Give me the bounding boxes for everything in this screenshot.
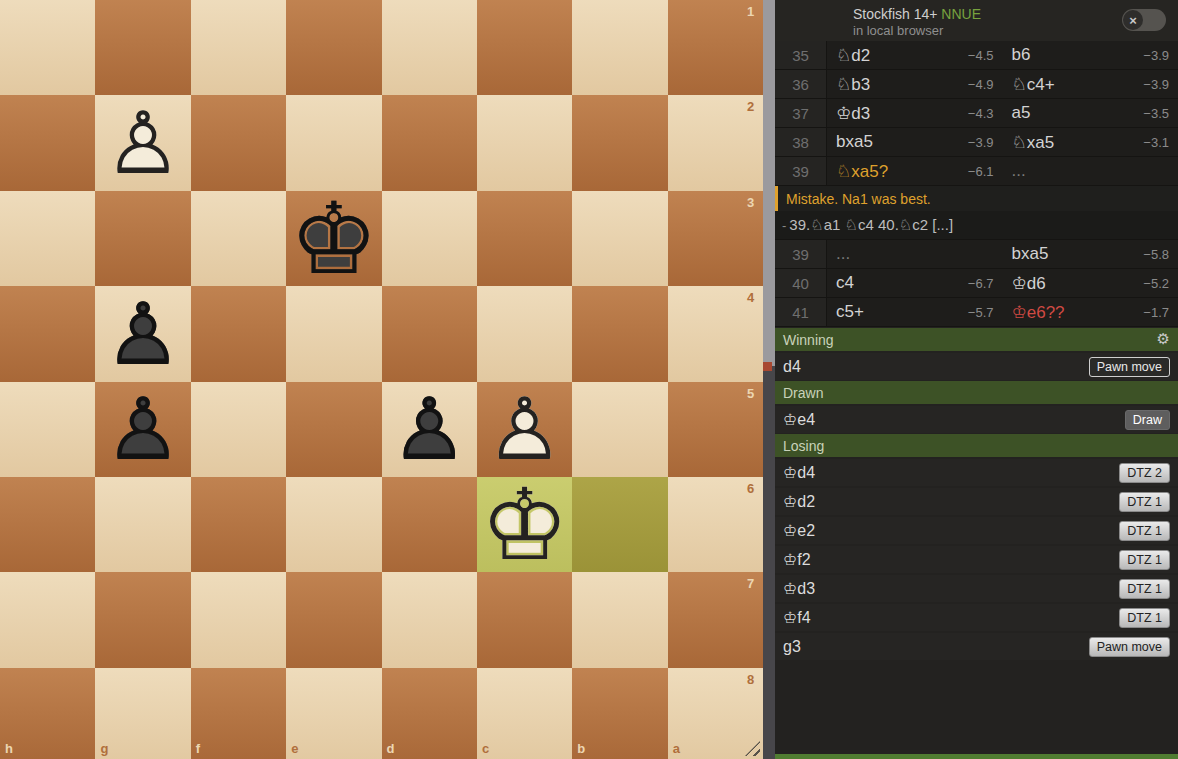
move[interactable]: ... <box>827 240 1003 268</box>
square-e1[interactable] <box>286 0 381 95</box>
square-h6[interactable] <box>0 477 95 572</box>
tablebase-header-label: Losing <box>783 438 824 454</box>
tablebase-move-badge: DTZ 1 <box>1119 521 1170 541</box>
black-king[interactable]: ♚♔ <box>286 191 381 286</box>
tablebase-panel: Winning⚙d4Pawn moveDrawn♔e4DrawLosing♔d4… <box>775 327 1178 660</box>
square-b4[interactable] <box>572 286 667 381</box>
square-g3[interactable] <box>95 191 190 286</box>
tablebase-move-row[interactable]: ♔d3DTZ 1 <box>775 575 1178 602</box>
file-label-e: e <box>291 741 298 756</box>
file-label-b: b <box>577 741 585 756</box>
tablebase-move-san[interactable]: ♔f4 <box>783 608 1119 627</box>
square-h3[interactable] <box>0 191 95 286</box>
square-d3[interactable] <box>382 191 477 286</box>
tablebase-header-label: Drawn <box>783 385 823 401</box>
move-san[interactable]: c4 <box>836 273 968 293</box>
panel-filler <box>775 660 1178 754</box>
rank-label-7: 7 <box>747 576 754 591</box>
tablebase-move-row[interactable]: ♔d2DTZ 1 <box>775 488 1178 515</box>
engine-toggle-close-icon[interactable]: × <box>1123 10 1143 30</box>
move-row: 37♔d3−4.3a5−3.5 <box>775 99 1178 128</box>
square-f2[interactable] <box>191 95 286 190</box>
tablebase-move-row[interactable]: ♔f2DTZ 1 <box>775 546 1178 573</box>
move[interactable]: ♘xa5−3.1 <box>1003 128 1178 156</box>
analysis-app: ♟♙♚♔♟♙♟♙♟♙♟♙♚♔ hgfedcba12345678 Stockfis… <box>0 0 1178 759</box>
move-row: 41c5+−5.7♔e6??−1.7 <box>775 298 1178 327</box>
square-f5[interactable] <box>191 382 286 477</box>
square-g6[interactable] <box>95 477 190 572</box>
move[interactable]: b6−3.9 <box>1003 41 1178 69</box>
square-c5[interactable]: ♟♙ <box>477 382 572 477</box>
move-eval: −5.8 <box>1143 247 1169 262</box>
tablebase-move-badge: DTZ 1 <box>1119 608 1170 628</box>
engine-header: Stockfish 14+ NNUE in local browser × <box>775 0 1178 41</box>
square-e6[interactable] <box>286 477 381 572</box>
move-eval: −3.1 <box>1143 135 1169 150</box>
tablebase-header-winning: Winning⚙ <box>775 328 1178 351</box>
move[interactable]: c5+−5.7 <box>827 298 1003 326</box>
move-eval: −3.9 <box>968 135 994 150</box>
square-e7[interactable] <box>286 572 381 667</box>
square-e8[interactable] <box>286 668 381 759</box>
annotation-text: Mistake. Na1 was best. <box>786 191 931 207</box>
move-san[interactable]: ♘xa5? <box>836 161 968 182</box>
square-d5[interactable]: ♟♙ <box>382 382 477 477</box>
tablebase-move-row[interactable]: d4Pawn move <box>775 353 1178 380</box>
tablebase-move-badge: Pawn move <box>1089 637 1170 657</box>
analysis-panel: Stockfish 14+ NNUE in local browser × 35… <box>775 0 1178 759</box>
square-g2[interactable]: ♟♙ <box>95 95 190 190</box>
move-eval: −1.7 <box>1143 305 1169 320</box>
black-pawn[interactable]: ♟♙ <box>95 382 190 477</box>
move-san[interactable]: ... <box>836 244 994 264</box>
tablebase-move-row[interactable]: ♔d4DTZ 2 <box>775 459 1178 486</box>
move-san[interactable]: b6 <box>1012 45 1144 65</box>
file-label-g: g <box>100 741 108 756</box>
square-e2[interactable] <box>286 95 381 190</box>
white-king[interactable]: ♚♔ <box>477 477 572 572</box>
board-wrap: ♟♙♚♔♟♙♟♙♟♙♟♙♚♔ hgfedcba12345678 <box>0 0 763 759</box>
move-eval: −3.9 <box>1143 77 1169 92</box>
square-d2[interactable] <box>382 95 477 190</box>
tablebase-move-badge: Pawn move <box>1089 357 1170 377</box>
square-b1[interactable] <box>572 0 667 95</box>
move-eval: −5.7 <box>968 305 994 320</box>
move-eval: −3.9 <box>1143 48 1169 63</box>
black-pawn[interactable]: ♟♙ <box>382 382 477 477</box>
move-number: 38 <box>775 128 827 156</box>
square-c3[interactable] <box>477 191 572 286</box>
tablebase-move-badge: DTZ 2 <box>1119 463 1170 483</box>
move[interactable]: ♔d3−4.3 <box>827 99 1003 127</box>
scrollbar-marker <box>763 362 772 371</box>
move-san[interactable]: bxa5 <box>836 132 968 152</box>
square-g8[interactable] <box>95 668 190 759</box>
square-c6[interactable]: ♚♔ <box>477 477 572 572</box>
tablebase-move-badge: DTZ 1 <box>1119 492 1170 512</box>
variation-line[interactable]: - 39.♘a1 ♘c4 40.♘c2 [...] <box>775 211 1178 240</box>
move[interactable]: ... <box>1003 157 1178 185</box>
variation-text[interactable]: 39.♘a1 ♘c4 40.♘c2 [...] <box>789 216 953 234</box>
engine-nnue-badge: NNUE <box>941 6 981 22</box>
square-c2[interactable] <box>477 95 572 190</box>
tablebase-move-row[interactable]: ♔e2DTZ 1 <box>775 517 1178 544</box>
tablebase-move-san[interactable]: ♔e4 <box>783 410 1125 429</box>
board: ♟♙♚♔♟♙♟♙♟♙♟♙♚♔ <box>0 0 763 759</box>
rank-label-3: 3 <box>747 195 754 210</box>
move-row: 39♘xa5?−6.1... <box>775 157 1178 186</box>
square-e3[interactable]: ♚♔ <box>286 191 381 286</box>
page-scrollbar <box>763 0 775 759</box>
square-d1[interactable] <box>382 0 477 95</box>
tablebase-move-san[interactable]: ♔e2 <box>783 521 1119 540</box>
square-b3[interactable] <box>572 191 667 286</box>
square-d6[interactable] <box>382 477 477 572</box>
file-label-c: c <box>482 741 489 756</box>
move-san[interactable]: ♔d3 <box>836 103 968 124</box>
engine-name: Stockfish 14+ <box>853 6 937 22</box>
tablebase-header-drawn: Drawn <box>775 381 1178 404</box>
move-eval: −5.2 <box>1143 276 1169 291</box>
move[interactable]: ♔d6−5.2 <box>1003 269 1178 297</box>
move-san[interactable]: ♔e6?? <box>1012 302 1144 323</box>
file-label-a: a <box>673 741 680 756</box>
move-row: 38bxa5−3.9♘xa5−3.1 <box>775 128 1178 157</box>
move[interactable]: c4−6.7 <box>827 269 1003 297</box>
variation-collapse-dash: - <box>782 218 786 233</box>
square-b8[interactable] <box>572 668 667 759</box>
tablebase-move-san[interactable]: ♔d4 <box>783 463 1119 482</box>
white-pawn[interactable]: ♟♙ <box>95 95 190 190</box>
tablebase-move-badge: Draw <box>1125 410 1170 430</box>
rank-label-4: 4 <box>747 290 754 305</box>
rank-label-8: 8 <box>747 672 754 687</box>
move-number: 37 <box>775 99 827 127</box>
move[interactable]: ♘b3−4.9 <box>827 70 1003 98</box>
tablebase-move-row[interactable]: ♔e4Draw <box>775 406 1178 433</box>
square-c1[interactable] <box>477 0 572 95</box>
tablebase-move-san[interactable]: g3 <box>783 638 1089 656</box>
move-san[interactable]: ♘b3 <box>836 74 968 95</box>
square-g4[interactable]: ♟♙ <box>95 286 190 381</box>
square-f4[interactable] <box>191 286 286 381</box>
tablebase-move-san[interactable]: ♔f2 <box>783 550 1119 569</box>
square-h2[interactable] <box>0 95 95 190</box>
move-number: 36 <box>775 70 827 98</box>
move-eval: −3.5 <box>1143 106 1169 121</box>
square-e5[interactable] <box>286 382 381 477</box>
tablebase-move-san[interactable]: ♔d3 <box>783 579 1119 598</box>
square-h8[interactable] <box>0 668 95 759</box>
move-san[interactable]: ... <box>1012 161 1170 181</box>
square-b7[interactable] <box>572 572 667 667</box>
square-d7[interactable] <box>382 572 477 667</box>
rank-label-1: 1 <box>747 4 754 19</box>
file-label-f: f <box>196 741 200 756</box>
move-row: 39...bxa5−5.8 <box>775 240 1178 269</box>
tablebase-move-row[interactable]: ♔f4DTZ 1 <box>775 604 1178 631</box>
move[interactable]: bxa5−5.8 <box>1003 240 1178 268</box>
move-number: 39 <box>775 240 827 268</box>
rank-label-5: 5 <box>747 386 754 401</box>
mistake-annotation: Mistake. Na1 was best. <box>775 186 1178 211</box>
square-h5[interactable] <box>0 382 95 477</box>
white-pawn[interactable]: ♟♙ <box>477 382 572 477</box>
move[interactable]: ♘c4+−3.9 <box>1003 70 1178 98</box>
square-c8[interactable] <box>477 668 572 759</box>
move-san[interactable]: bxa5 <box>1012 244 1144 264</box>
square-c4[interactable] <box>477 286 572 381</box>
move-eval: −6.7 <box>968 276 994 291</box>
square-f7[interactable] <box>191 572 286 667</box>
move[interactable]: ♔e6??−1.7 <box>1003 298 1178 326</box>
square-b2[interactable] <box>572 95 667 190</box>
file-label-d: d <box>387 741 395 756</box>
square-f8[interactable] <box>191 668 286 759</box>
square-f6[interactable] <box>191 477 286 572</box>
square-c7[interactable] <box>477 572 572 667</box>
black-pawn[interactable]: ♟♙ <box>95 286 190 381</box>
square-f3[interactable] <box>191 191 286 286</box>
move-san[interactable]: c5+ <box>836 302 968 322</box>
move[interactable]: ♘xa5?−6.1 <box>827 157 1003 185</box>
move-eval: −4.5 <box>968 48 994 63</box>
bottom-section-bar <box>775 754 1178 759</box>
square-h1[interactable] <box>0 0 95 95</box>
square-g5[interactable]: ♟♙ <box>95 382 190 477</box>
move-san[interactable]: ♘d2 <box>836 45 968 66</box>
square-h7[interactable] <box>0 572 95 667</box>
scrollbar-thumb[interactable] <box>763 0 775 366</box>
rank-label-2: 2 <box>747 99 754 114</box>
square-g7[interactable] <box>95 572 190 667</box>
square-b6[interactable] <box>572 477 667 572</box>
move-san[interactable]: ♘c4+ <box>1012 74 1144 95</box>
move-list-main: 35♘d2−4.5b6−3.936♘b3−4.9♘c4+−3.937♔d3−4.… <box>775 41 1178 186</box>
tablebase-move-san[interactable]: d4 <box>783 358 1089 376</box>
engine-toggle[interactable]: × <box>1122 9 1166 31</box>
file-label-h: h <box>5 741 13 756</box>
move-list-continuation: 39...bxa5−5.840c4−6.7♔d6−5.241c5+−5.7♔e6… <box>775 240 1178 327</box>
tablebase-move-san[interactable]: ♔d2 <box>783 492 1119 511</box>
move-san[interactable]: ♘xa5 <box>1012 132 1144 153</box>
square-g1[interactable] <box>95 0 190 95</box>
move-row: 36♘b3−4.9♘c4+−3.9 <box>775 70 1178 99</box>
move-eval: −6.1 <box>968 164 994 179</box>
square-h4[interactable] <box>0 286 95 381</box>
move-number: 41 <box>775 298 827 326</box>
square-e4[interactable] <box>286 286 381 381</box>
move-row: 35♘d2−4.5b6−3.9 <box>775 41 1178 70</box>
tablebase-move-badge: DTZ 1 <box>1119 579 1170 599</box>
move-number: 35 <box>775 41 827 69</box>
tablebase-header-losing: Losing <box>775 434 1178 457</box>
square-d8[interactable] <box>382 668 477 759</box>
move-san[interactable]: a5 <box>1012 103 1144 123</box>
rank-label-6: 6 <box>747 481 754 496</box>
tablebase-header-label: Winning <box>783 332 834 348</box>
tablebase-move-badge: DTZ 1 <box>1119 550 1170 570</box>
move-eval: −4.3 <box>968 106 994 121</box>
square-b5[interactable] <box>572 382 667 477</box>
move-san[interactable]: ♔d6 <box>1012 273 1144 294</box>
move[interactable]: a5−3.5 <box>1003 99 1178 127</box>
move[interactable]: bxa5−3.9 <box>827 128 1003 156</box>
move-number: 39 <box>775 157 827 185</box>
move-number: 40 <box>775 269 827 297</box>
gear-icon[interactable]: ⚙ <box>1157 330 1170 348</box>
move-eval: −4.9 <box>968 77 994 92</box>
square-d4[interactable] <box>382 286 477 381</box>
move[interactable]: ♘d2−4.5 <box>827 41 1003 69</box>
tablebase-move-row[interactable]: g3Pawn move <box>775 633 1178 660</box>
move-row: 40c4−6.7♔d6−5.2 <box>775 269 1178 298</box>
square-f1[interactable] <box>191 0 286 95</box>
